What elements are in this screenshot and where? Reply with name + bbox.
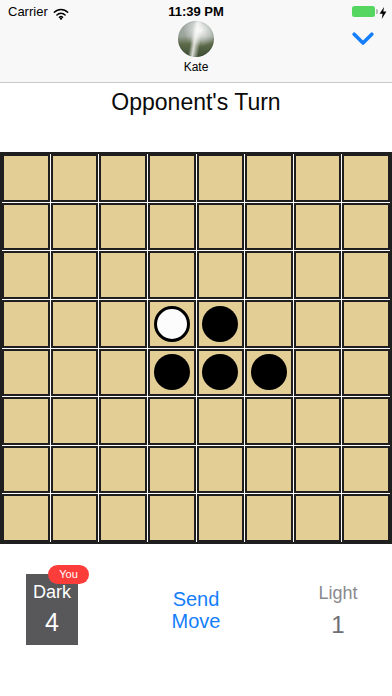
board-cell-b7[interactable] [51,446,99,494]
board-cell-b4[interactable] [51,300,99,348]
board-cell-f3[interactable] [245,251,293,299]
send-move-button[interactable]: Send Move [146,588,246,632]
board-cell-a6[interactable] [2,397,50,445]
board-cell-h2[interactable] [342,203,390,251]
board-cell-a4[interactable] [2,300,50,348]
board-cell-c2[interactable] [99,203,147,251]
board-cell-f7[interactable] [245,446,293,494]
board-cell-c6[interactable] [99,397,147,445]
board-cell-d2[interactable] [148,203,196,251]
board-cell-g2[interactable] [294,203,342,251]
board-cell-a3[interactable] [2,251,50,299]
board-cell-a8[interactable] [2,494,50,542]
board-cell-a5[interactable] [2,349,50,397]
board-cell-g5[interactable] [294,349,342,397]
dark-disc-e5 [202,354,238,390]
board-cell-h4[interactable] [342,300,390,348]
board-cell-g4[interactable] [294,300,342,348]
charging-bolt-icon [379,5,387,23]
board-cell-b6[interactable] [51,397,99,445]
board-cell-f5[interactable] [245,349,293,397]
board-cell-c5[interactable] [99,349,147,397]
board-cell-f2[interactable] [245,203,293,251]
board-cell-c8[interactable] [99,494,147,542]
contact-name: Kate [0,60,392,74]
light-score-value: 1 [300,611,376,639]
clock-label: 11:39 PM [0,4,392,19]
board-cell-c3[interactable] [99,251,147,299]
dark-score-value: 4 [26,608,78,637]
dark-disc-f5 [251,354,287,390]
board-cell-e1[interactable] [197,154,245,202]
board-cell-e4[interactable] [197,300,245,348]
battery-icon [352,6,375,17]
board-cell-h8[interactable] [342,494,390,542]
board-cell-h3[interactable] [342,251,390,299]
board-cell-g8[interactable] [294,494,342,542]
game-board [0,152,392,544]
board-cell-h6[interactable] [342,397,390,445]
board-cell-d6[interactable] [148,397,196,445]
board-cell-e5[interactable] [197,349,245,397]
dark-disc-e4 [202,306,238,342]
board-cell-f1[interactable] [245,154,293,202]
board-cell-f6[interactable] [245,397,293,445]
light-disc-d4 [154,306,190,342]
send-move-line2: Move [172,610,221,632]
board-cell-a7[interactable] [2,446,50,494]
board-cell-e3[interactable] [197,251,245,299]
board-cell-g6[interactable] [294,397,342,445]
dark-score-label: Dark [26,582,78,603]
avatar[interactable] [178,21,214,57]
message-input-bar: A [0,645,392,696]
board-cell-h1[interactable] [342,154,390,202]
board-cell-g1[interactable] [294,154,342,202]
board-cell-b5[interactable] [51,349,99,397]
board-cell-d7[interactable] [148,446,196,494]
board-cell-h7[interactable] [342,446,390,494]
board-cell-f4[interactable] [245,300,293,348]
board-cell-g3[interactable] [294,251,342,299]
board-cell-g7[interactable] [294,446,342,494]
board-cell-b8[interactable] [51,494,99,542]
light-score-label: Light [300,583,376,604]
header: Carrier 11:39 PM Kate [0,0,392,83]
board-cell-e8[interactable] [197,494,245,542]
board-cell-c1[interactable] [99,154,147,202]
board-cell-a2[interactable] [2,203,50,251]
board-cell-b3[interactable] [51,251,99,299]
dark-score-box: Dark 4 [26,574,78,648]
board-cell-h5[interactable] [342,349,390,397]
board-cell-b1[interactable] [51,154,99,202]
send-move-line1: Send [173,588,220,610]
dark-disc-d5 [154,354,190,390]
board-cell-e7[interactable] [197,446,245,494]
board-cell-d1[interactable] [148,154,196,202]
board-cell-c7[interactable] [99,446,147,494]
imessage-othello-app: Carrier 11:39 PM Kate Opponent's Turn Da… [0,0,392,696]
board-cell-b2[interactable] [51,203,99,251]
board-cell-a1[interactable] [2,154,50,202]
page-title: Opponent's Turn [0,83,392,152]
board-cell-d4[interactable] [148,300,196,348]
light-score-box: Light 1 [300,583,376,639]
chevron-down-icon[interactable] [352,32,374,50]
you-badge: You [48,565,89,584]
board-cell-e2[interactable] [197,203,245,251]
board-cell-d3[interactable] [148,251,196,299]
board-cell-c4[interactable] [99,300,147,348]
board-cell-d5[interactable] [148,349,196,397]
board-cell-d8[interactable] [148,494,196,542]
board-cell-e6[interactable] [197,397,245,445]
board-cell-f8[interactable] [245,494,293,542]
